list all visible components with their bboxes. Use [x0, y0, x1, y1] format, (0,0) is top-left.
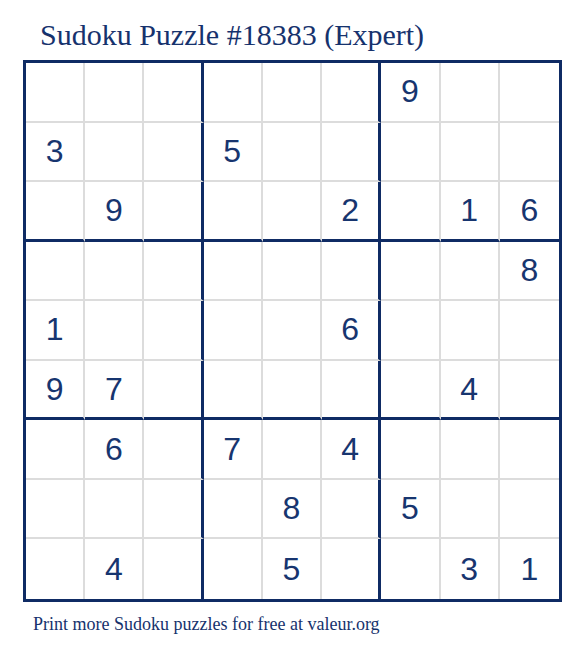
sudoku-cell-r5c5 [263, 301, 322, 361]
sudoku-cell-r2c2 [85, 123, 144, 183]
sudoku-cell-r2c7 [381, 123, 440, 183]
sudoku-cell-r6c9 [500, 361, 559, 421]
sudoku-cell-r3c5 [263, 182, 322, 242]
sudoku-cell-r1c3 [144, 63, 203, 123]
sudoku-cell-r2c9 [500, 123, 559, 183]
sudoku-cell-r9c2: 4 [85, 539, 144, 599]
sudoku-cell-r4c6 [322, 242, 381, 302]
sudoku-cell-r7c4: 7 [204, 420, 263, 480]
sudoku-cell-r7c6: 4 [322, 420, 381, 480]
sudoku-cell-r2c8 [441, 123, 500, 183]
sudoku-cell-r5c8 [441, 301, 500, 361]
sudoku-cell-r8c4 [204, 480, 263, 540]
sudoku-cell-r6c2: 7 [85, 361, 144, 421]
sudoku-board: 9359216816974674854531 [23, 60, 562, 602]
sudoku-cell-r9c8: 3 [441, 539, 500, 599]
sudoku-cell-r4c3 [144, 242, 203, 302]
sudoku-cell-r1c8 [441, 63, 500, 123]
sudoku-cell-r2c3 [144, 123, 203, 183]
sudoku-cell-r9c1 [26, 539, 85, 599]
sudoku-cell-r1c4 [204, 63, 263, 123]
sudoku-cell-r9c6 [322, 539, 381, 599]
sudoku-cell-r5c1: 1 [26, 301, 85, 361]
sudoku-cell-r6c6 [322, 361, 381, 421]
sudoku-cell-r6c3 [144, 361, 203, 421]
sudoku-cell-r9c9: 1 [500, 539, 559, 599]
sudoku-cell-r8c1 [26, 480, 85, 540]
sudoku-cell-r2c1: 3 [26, 123, 85, 183]
footer-text: Print more Sudoku puzzles for free at va… [33, 614, 380, 635]
sudoku-cell-r4c2 [85, 242, 144, 302]
sudoku-cell-r3c2: 9 [85, 182, 144, 242]
sudoku-cell-r8c7: 5 [381, 480, 440, 540]
sudoku-cell-r9c7 [381, 539, 440, 599]
sudoku-cell-r4c9: 8 [500, 242, 559, 302]
sudoku-cell-r5c4 [204, 301, 263, 361]
sudoku-cell-r5c2 [85, 301, 144, 361]
sudoku-cell-r3c7 [381, 182, 440, 242]
sudoku-cell-r7c7 [381, 420, 440, 480]
sudoku-cell-r6c5 [263, 361, 322, 421]
sudoku-cell-r4c5 [263, 242, 322, 302]
sudoku-cell-r6c4 [204, 361, 263, 421]
sudoku-cell-r6c1: 9 [26, 361, 85, 421]
sudoku-cell-r2c4: 5 [204, 123, 263, 183]
puzzle-title: Sudoku Puzzle #18383 (Expert) [40, 18, 424, 52]
sudoku-cell-r7c2: 6 [85, 420, 144, 480]
sudoku-cell-r8c6 [322, 480, 381, 540]
sudoku-cell-r2c6 [322, 123, 381, 183]
sudoku-cell-r3c3 [144, 182, 203, 242]
sudoku-cell-r1c6 [322, 63, 381, 123]
sudoku-cell-r7c1 [26, 420, 85, 480]
sudoku-cell-r4c4 [204, 242, 263, 302]
sudoku-cell-r4c7 [381, 242, 440, 302]
sudoku-cell-r7c9 [500, 420, 559, 480]
sudoku-cell-r6c8: 4 [441, 361, 500, 421]
sudoku-cell-r8c8 [441, 480, 500, 540]
sudoku-cell-r4c8 [441, 242, 500, 302]
sudoku-cell-r3c1 [26, 182, 85, 242]
sudoku-cell-r2c5 [263, 123, 322, 183]
sudoku-cell-r1c9 [500, 63, 559, 123]
sudoku-cell-r6c7 [381, 361, 440, 421]
sudoku-cell-r3c9: 6 [500, 182, 559, 242]
sudoku-cell-r9c5: 5 [263, 539, 322, 599]
sudoku-cell-r4c1 [26, 242, 85, 302]
sudoku-cell-r1c7: 9 [381, 63, 440, 123]
sudoku-cell-r7c3 [144, 420, 203, 480]
sudoku-cell-r8c3 [144, 480, 203, 540]
sudoku-cell-r9c4 [204, 539, 263, 599]
sudoku-cell-r5c6: 6 [322, 301, 381, 361]
sudoku-cell-r5c7 [381, 301, 440, 361]
sudoku-cell-r5c3 [144, 301, 203, 361]
sudoku-cell-r1c1 [26, 63, 85, 123]
sudoku-cell-r5c9 [500, 301, 559, 361]
sudoku-cell-r1c2 [85, 63, 144, 123]
sudoku-cell-r8c9 [500, 480, 559, 540]
sudoku-cell-r8c2 [85, 480, 144, 540]
sudoku-cell-r7c8 [441, 420, 500, 480]
sudoku-page: Sudoku Puzzle #18383 (Expert) 9359216816… [0, 0, 580, 651]
sudoku-cell-r7c5 [263, 420, 322, 480]
sudoku-cell-r3c6: 2 [322, 182, 381, 242]
sudoku-cell-r3c4 [204, 182, 263, 242]
sudoku-cell-r3c8: 1 [441, 182, 500, 242]
sudoku-cell-r1c5 [263, 63, 322, 123]
sudoku-cell-r9c3 [144, 539, 203, 599]
sudoku-cell-r8c5: 8 [263, 480, 322, 540]
